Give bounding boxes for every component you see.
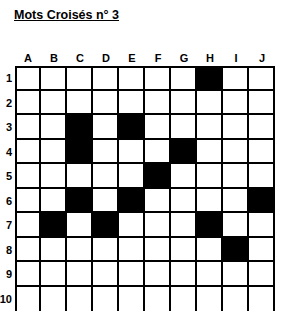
cell-E4[interactable] (119, 140, 145, 165)
cell-G4 (171, 140, 197, 165)
cell-I3[interactable] (223, 115, 249, 140)
cell-I8 (223, 238, 249, 263)
cell-A2[interactable] (15, 91, 41, 116)
cell-C10[interactable] (67, 287, 93, 312)
cell-H3[interactable] (197, 115, 223, 140)
cell-E3 (119, 115, 145, 140)
row-label-7: 7 (0, 213, 15, 238)
cell-G5[interactable] (171, 164, 197, 189)
cell-I6[interactable] (223, 189, 249, 214)
cell-I4[interactable] (223, 140, 249, 165)
cell-B7 (41, 213, 67, 238)
cell-G6[interactable] (171, 189, 197, 214)
cell-B9[interactable] (41, 262, 67, 287)
cell-C1[interactable] (67, 66, 93, 91)
row-label-9: 9 (0, 262, 15, 287)
col-label-D: D (93, 50, 119, 66)
cell-J3[interactable] (249, 115, 275, 140)
cell-H8[interactable] (197, 238, 223, 263)
cell-J7[interactable] (249, 213, 275, 238)
crossword-page: Mots Croisés n° 3 ABCDEFGHIJ12345678910 (0, 8, 290, 320)
col-label-C: C (67, 50, 93, 66)
cell-I7[interactable] (223, 213, 249, 238)
cell-G8[interactable] (171, 238, 197, 263)
col-label-A: A (15, 50, 41, 66)
cell-F9[interactable] (145, 262, 171, 287)
cell-A8[interactable] (15, 238, 41, 263)
cell-C9[interactable] (67, 262, 93, 287)
cell-G3[interactable] (171, 115, 197, 140)
col-label-F: F (145, 50, 171, 66)
cell-E8[interactable] (119, 238, 145, 263)
row-label-10: 10 (0, 287, 15, 312)
cell-A10[interactable] (15, 287, 41, 312)
row-label-8: 8 (0, 238, 15, 263)
row-label-6: 6 (0, 189, 15, 214)
cell-F6[interactable] (145, 189, 171, 214)
cell-H5[interactable] (197, 164, 223, 189)
cell-C2[interactable] (67, 91, 93, 116)
col-label-G: G (171, 50, 197, 66)
cell-D1[interactable] (93, 66, 119, 91)
corner-spacer (0, 50, 15, 66)
cell-F8[interactable] (145, 238, 171, 263)
cell-H10[interactable] (197, 287, 223, 312)
cell-C8[interactable] (67, 238, 93, 263)
cell-D7 (93, 213, 119, 238)
cell-D9[interactable] (93, 262, 119, 287)
cell-H9[interactable] (197, 262, 223, 287)
cell-B1[interactable] (41, 66, 67, 91)
cell-A9[interactable] (15, 262, 41, 287)
row-label-5: 5 (0, 164, 15, 189)
cell-H2[interactable] (197, 91, 223, 116)
row-label-2: 2 (0, 91, 15, 116)
cell-H1 (197, 66, 223, 91)
page-title: Mots Croisés n° 3 (14, 8, 290, 22)
cell-D6[interactable] (93, 189, 119, 214)
cell-C5[interactable] (67, 164, 93, 189)
cell-E6 (119, 189, 145, 214)
cell-H6[interactable] (197, 189, 223, 214)
cell-H4[interactable] (197, 140, 223, 165)
cell-B3[interactable] (41, 115, 67, 140)
cell-F7[interactable] (145, 213, 171, 238)
cell-I9[interactable] (223, 262, 249, 287)
cell-J2[interactable] (249, 91, 275, 116)
col-label-E: E (119, 50, 145, 66)
col-label-H: H (197, 50, 223, 66)
cell-G2[interactable] (171, 91, 197, 116)
cell-F10[interactable] (145, 287, 171, 312)
cell-B10[interactable] (41, 287, 67, 312)
cell-A3[interactable] (15, 115, 41, 140)
row-label-1: 1 (0, 66, 15, 91)
col-label-B: B (41, 50, 67, 66)
cell-D3[interactable] (93, 115, 119, 140)
cell-J5[interactable] (249, 164, 275, 189)
cell-A4[interactable] (15, 140, 41, 165)
cell-I2[interactable] (223, 91, 249, 116)
cell-B4[interactable] (41, 140, 67, 165)
cell-J1[interactable] (249, 66, 275, 91)
cell-B2[interactable] (41, 91, 67, 116)
cell-D2[interactable] (93, 91, 119, 116)
cell-F2[interactable] (145, 91, 171, 116)
crossword-board: ABCDEFGHIJ12345678910 (0, 50, 290, 311)
cell-E10[interactable] (119, 287, 145, 312)
cell-E5[interactable] (119, 164, 145, 189)
cell-J4[interactable] (249, 140, 275, 165)
cell-F1[interactable] (145, 66, 171, 91)
cell-F4[interactable] (145, 140, 171, 165)
row-label-4: 4 (0, 140, 15, 165)
cell-I10[interactable] (223, 287, 249, 312)
cell-J10[interactable] (249, 287, 275, 312)
cell-E7[interactable] (119, 213, 145, 238)
cell-J6 (249, 189, 275, 214)
col-label-I: I (223, 50, 249, 66)
cell-B6[interactable] (41, 189, 67, 214)
cell-D8[interactable] (93, 238, 119, 263)
cell-E1[interactable] (119, 66, 145, 91)
cell-B5[interactable] (41, 164, 67, 189)
cell-I5[interactable] (223, 164, 249, 189)
row-label-3: 3 (0, 115, 15, 140)
cell-J8[interactable] (249, 238, 275, 263)
cell-E9[interactable] (119, 262, 145, 287)
cell-G9[interactable] (171, 262, 197, 287)
cell-D4[interactable] (93, 140, 119, 165)
cell-F5 (145, 164, 171, 189)
cell-A1[interactable] (15, 66, 41, 91)
cell-F3[interactable] (145, 115, 171, 140)
cell-C7[interactable] (67, 213, 93, 238)
cell-A5[interactable] (15, 164, 41, 189)
cell-J9[interactable] (249, 262, 275, 287)
cell-G7[interactable] (171, 213, 197, 238)
cell-H7 (197, 213, 223, 238)
cell-D5[interactable] (93, 164, 119, 189)
cell-C6 (67, 189, 93, 214)
cell-G10[interactable] (171, 287, 197, 312)
col-label-J: J (249, 50, 275, 66)
cell-A6[interactable] (15, 189, 41, 214)
cell-G1[interactable] (171, 66, 197, 91)
cell-E2[interactable] (119, 91, 145, 116)
cell-C4 (67, 140, 93, 165)
cell-D10[interactable] (93, 287, 119, 312)
cell-C3 (67, 115, 93, 140)
cell-A7[interactable] (15, 213, 41, 238)
cell-I1[interactable] (223, 66, 249, 91)
cell-B8[interactable] (41, 238, 67, 263)
